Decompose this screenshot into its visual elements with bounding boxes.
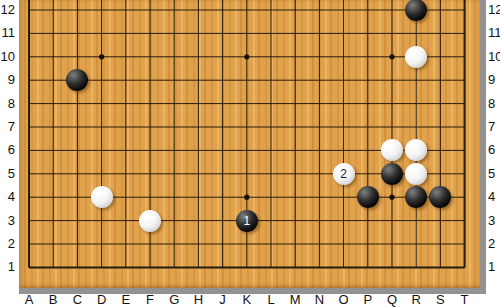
row-label-right-6: 6 <box>488 143 500 157</box>
stone-black-C9[interactable] <box>66 69 88 91</box>
row-label-right-5: 5 <box>488 167 500 181</box>
stone-black-S4[interactable] <box>429 186 451 208</box>
star-point-Q4 <box>389 195 394 200</box>
star-point-K4 <box>244 195 249 200</box>
column-label-E: E <box>116 293 136 307</box>
star-point-D10 <box>99 54 104 59</box>
row-label-right-3: 3 <box>488 214 500 228</box>
row-label-left-6: 6 <box>0 143 15 157</box>
goban[interactable]: 21 <box>19 0 486 294</box>
column-label-M: M <box>285 293 305 307</box>
row-label-left-8: 8 <box>0 97 15 111</box>
column-label-O: O <box>334 293 354 307</box>
column-label-C: C <box>67 293 87 307</box>
column-label-Q: Q <box>382 293 402 307</box>
row-label-right-1: 1 <box>488 260 500 274</box>
row-label-right-4: 4 <box>488 190 500 204</box>
column-label-R: R <box>406 293 426 307</box>
row-label-left-10: 10 <box>0 50 15 64</box>
stone-white-Q6[interactable] <box>381 139 403 161</box>
row-label-left-5: 5 <box>0 167 15 181</box>
move-number-label: 2 <box>340 168 347 180</box>
row-label-right-11: 11 <box>488 26 500 40</box>
stone-white-O5[interactable]: 2 <box>333 163 355 185</box>
row-label-right-2: 2 <box>488 237 500 251</box>
column-label-B: B <box>43 293 63 307</box>
row-label-left-1: 1 <box>0 260 15 274</box>
column-label-S: S <box>430 293 450 307</box>
row-label-right-12: 12 <box>488 3 500 17</box>
stone-black-K3[interactable]: 1 <box>236 210 258 232</box>
stone-white-F3[interactable] <box>139 210 161 232</box>
star-point-K10 <box>244 54 249 59</box>
stone-black-Q5[interactable] <box>381 163 403 185</box>
row-label-left-4: 4 <box>0 190 15 204</box>
column-label-H: H <box>188 293 208 307</box>
column-label-L: L <box>261 293 281 307</box>
row-label-left-7: 7 <box>0 120 15 134</box>
row-label-left-2: 2 <box>0 237 15 251</box>
star-point-Q10 <box>389 54 394 59</box>
row-label-right-8: 8 <box>488 97 500 111</box>
stone-white-R6[interactable] <box>405 139 427 161</box>
column-label-K: K <box>237 293 257 307</box>
stone-black-R12[interactable] <box>405 0 427 21</box>
column-label-N: N <box>309 293 329 307</box>
row-label-right-10: 10 <box>488 50 500 64</box>
stone-white-R5[interactable] <box>405 163 427 185</box>
column-label-P: P <box>358 293 378 307</box>
row-label-right-9: 9 <box>488 73 500 87</box>
column-label-J: J <box>213 293 233 307</box>
row-label-left-3: 3 <box>0 214 15 228</box>
move-number-label: 1 <box>243 215 250 227</box>
column-label-T: T <box>455 293 475 307</box>
stone-black-R4[interactable] <box>405 186 427 208</box>
stone-white-R10[interactable] <box>405 46 427 68</box>
column-label-G: G <box>164 293 184 307</box>
column-label-A: A <box>19 293 39 307</box>
go-diagram: 21 121110987654321121110987654321ABCDEFG… <box>0 0 500 308</box>
stone-white-D4[interactable] <box>91 186 113 208</box>
stone-black-P4[interactable] <box>357 186 379 208</box>
row-label-right-7: 7 <box>488 120 500 134</box>
row-label-left-12: 12 <box>0 3 15 17</box>
column-label-D: D <box>92 293 112 307</box>
row-label-left-9: 9 <box>0 73 15 87</box>
column-label-F: F <box>140 293 160 307</box>
row-label-left-11: 11 <box>0 26 15 40</box>
